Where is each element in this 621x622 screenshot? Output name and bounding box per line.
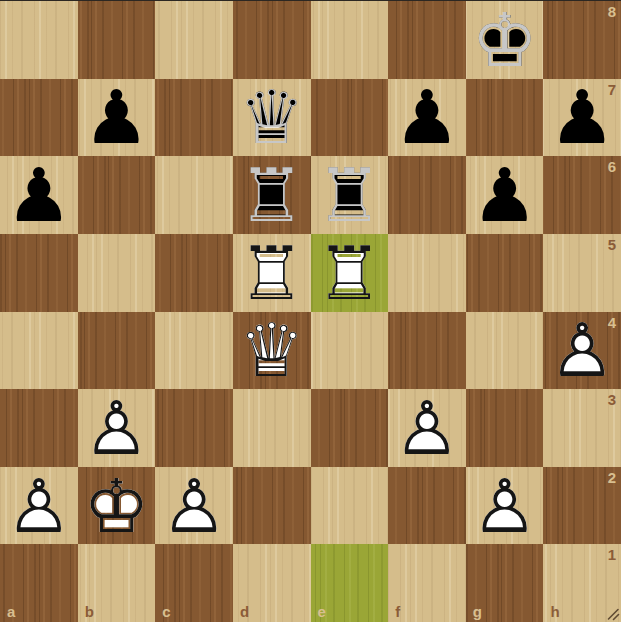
square-f7[interactable]: ♟♙	[388, 79, 466, 157]
square-g2[interactable]: ♟♙	[466, 467, 544, 545]
file-label-f: f	[395, 604, 400, 619]
square-f1[interactable]: f	[388, 544, 466, 622]
square-e6[interactable]: ♜♖	[311, 156, 389, 234]
square-a3[interactable]	[0, 389, 78, 467]
piece-glyph-detail: ♕	[239, 80, 305, 154]
square-e3[interactable]	[311, 389, 389, 467]
black-pawn-g6[interactable]: ♟♙	[466, 156, 544, 234]
square-a2[interactable]: ♟♙	[0, 467, 78, 545]
rank-label-6: 6	[608, 159, 616, 174]
square-g4[interactable]	[466, 312, 544, 390]
square-b5[interactable]	[78, 234, 156, 312]
square-h7[interactable]: ♟♙7	[543, 79, 621, 157]
piece-glyph-detail: ♕	[239, 313, 305, 387]
square-c7[interactable]	[155, 79, 233, 157]
rank-label-2: 2	[608, 470, 616, 485]
square-h3[interactable]: 3	[543, 389, 621, 467]
square-a6[interactable]: ♟♙	[0, 156, 78, 234]
white-pawn-f3[interactable]: ♟♙	[388, 389, 466, 467]
black-pawn-a6[interactable]: ♟♙	[0, 156, 78, 234]
square-b7[interactable]: ♟♙	[78, 79, 156, 157]
white-king-b2[interactable]: ♚♔	[78, 467, 156, 545]
black-pawn-h7[interactable]: ♟♙	[543, 79, 621, 157]
white-pawn-a2[interactable]: ♟♙	[0, 467, 78, 545]
square-b3[interactable]: ♟♙	[78, 389, 156, 467]
square-c1[interactable]: c	[155, 544, 233, 622]
square-c4[interactable]	[155, 312, 233, 390]
white-pawn-c2[interactable]: ♟♙	[155, 467, 233, 545]
rank-label-5: 5	[608, 237, 616, 252]
square-h4[interactable]: ♟♙4	[543, 312, 621, 390]
square-b1[interactable]: b	[78, 544, 156, 622]
square-h5[interactable]: 5	[543, 234, 621, 312]
square-b2[interactable]: ♚♔	[78, 467, 156, 545]
file-label-c: c	[162, 604, 170, 619]
piece-glyph-detail: ♖	[239, 236, 305, 310]
square-c6[interactable]	[155, 156, 233, 234]
black-pawn-f7[interactable]: ♟♙	[388, 79, 466, 157]
square-c3[interactable]	[155, 389, 233, 467]
square-g3[interactable]	[466, 389, 544, 467]
piece-glyph-detail: ♔	[471, 3, 537, 77]
chess-app-window: ♚♔8♟♙♛♕♟♙♟♙7♟♙♜♖♜♖♟♙6♜♖♜♖5♛♕♟♙4♟♙♟♙3♟♙♚♔…	[0, 0, 621, 622]
rank-label-3: 3	[608, 392, 616, 407]
square-d5[interactable]: ♜♖	[233, 234, 311, 312]
square-h8[interactable]: 8	[543, 1, 621, 79]
square-d7[interactable]: ♛♕	[233, 79, 311, 157]
piece-glyph: ♟	[83, 80, 149, 154]
piece-glyph-detail: ♙	[471, 469, 537, 543]
black-rook-d6[interactable]: ♜♖	[233, 156, 311, 234]
square-g7[interactable]	[466, 79, 544, 157]
piece-glyph: ♟	[549, 80, 615, 154]
square-h6[interactable]: 6	[543, 156, 621, 234]
square-g5[interactable]	[466, 234, 544, 312]
piece-glyph-detail: ♙	[549, 313, 615, 387]
square-a8[interactable]	[0, 1, 78, 79]
white-rook-e5[interactable]: ♜♖	[311, 234, 389, 312]
black-queen-d7[interactable]: ♛♕	[233, 79, 311, 157]
square-d4[interactable]: ♛♕	[233, 312, 311, 390]
square-a7[interactable]	[0, 79, 78, 157]
file-label-b: b	[85, 604, 94, 619]
square-f3[interactable]: ♟♙	[388, 389, 466, 467]
white-queen-d4[interactable]: ♛♕	[233, 312, 311, 390]
piece-glyph: ♟	[394, 80, 460, 154]
square-d2[interactable]	[233, 467, 311, 545]
square-d1[interactable]: d	[233, 544, 311, 622]
square-f6[interactable]	[388, 156, 466, 234]
file-label-h: h	[550, 604, 559, 619]
square-c2[interactable]: ♟♙	[155, 467, 233, 545]
square-c5[interactable]	[155, 234, 233, 312]
white-pawn-b3[interactable]: ♟♙	[78, 389, 156, 467]
resize-handle-icon[interactable]	[605, 606, 620, 621]
square-f2[interactable]	[388, 467, 466, 545]
square-e5[interactable]: ♜♖	[311, 234, 389, 312]
square-b6[interactable]	[78, 156, 156, 234]
file-label-d: d	[240, 604, 249, 619]
piece-glyph-detail: ♔	[83, 469, 149, 543]
piece-glyph-detail: ♙	[161, 469, 227, 543]
file-label-a: a	[7, 604, 15, 619]
piece-glyph-detail: ♖	[316, 158, 382, 232]
black-pawn-b7[interactable]: ♟♙	[78, 79, 156, 157]
square-a1[interactable]: a	[0, 544, 78, 622]
square-b8[interactable]	[78, 1, 156, 79]
square-g8[interactable]: ♚♔	[466, 1, 544, 79]
square-c8[interactable]	[155, 1, 233, 79]
rank-label-1: 1	[608, 547, 616, 562]
white-rook-d5[interactable]: ♜♖	[233, 234, 311, 312]
square-g1[interactable]: g	[466, 544, 544, 622]
square-g6[interactable]: ♟♙	[466, 156, 544, 234]
piece-glyph-detail: ♖	[316, 236, 382, 310]
file-label-g: g	[473, 604, 482, 619]
rank-label-8: 8	[608, 4, 616, 19]
black-king-g8[interactable]: ♚♔	[466, 1, 544, 79]
square-f5[interactable]	[388, 234, 466, 312]
white-pawn-g2[interactable]: ♟♙	[466, 467, 544, 545]
square-e8[interactable]	[311, 1, 389, 79]
square-d3[interactable]	[233, 389, 311, 467]
square-d8[interactable]	[233, 1, 311, 79]
square-e4[interactable]	[311, 312, 389, 390]
white-pawn-h4[interactable]: ♟♙	[543, 312, 621, 390]
black-rook-e6[interactable]: ♜♖	[311, 156, 389, 234]
square-e7[interactable]	[311, 79, 389, 157]
square-e2[interactable]	[311, 467, 389, 545]
square-a4[interactable]	[0, 312, 78, 390]
square-f4[interactable]	[388, 312, 466, 390]
square-a5[interactable]	[0, 234, 78, 312]
file-label-e: e	[318, 604, 326, 619]
square-f8[interactable]	[388, 1, 466, 79]
chess-board[interactable]: ♚♔8♟♙♛♕♟♙♟♙7♟♙♜♖♜♖♟♙6♜♖♜♖5♛♕♟♙4♟♙♟♙3♟♙♚♔…	[0, 1, 621, 622]
square-e1[interactable]: e	[311, 544, 389, 622]
piece-glyph-detail: ♙	[6, 469, 72, 543]
square-h2[interactable]: 2	[543, 467, 621, 545]
piece-glyph-detail: ♙	[83, 391, 149, 465]
piece-glyph: ♟	[6, 158, 72, 232]
piece-glyph-detail: ♙	[394, 391, 460, 465]
piece-glyph-detail: ♖	[239, 158, 305, 232]
square-b4[interactable]	[78, 312, 156, 390]
piece-glyph: ♟	[471, 158, 537, 232]
square-d6[interactable]: ♜♖	[233, 156, 311, 234]
